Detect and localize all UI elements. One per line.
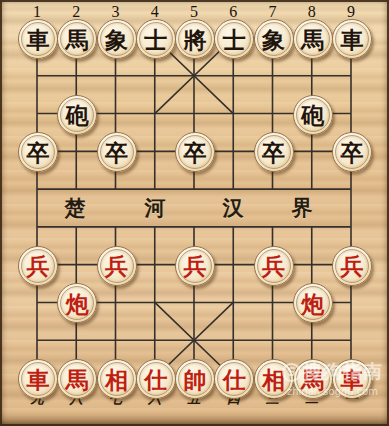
piece-glyph: 卒 — [262, 141, 285, 164]
piece-black-elephant[interactable]: 象 — [254, 19, 294, 59]
piece-black-soldier[interactable]: 卒 — [254, 132, 294, 172]
piece-glyph: 帥 — [184, 368, 207, 391]
piece-glyph: 馬 — [301, 28, 324, 51]
piece-glyph: 車 — [341, 28, 364, 51]
piece-red-elephant[interactable]: 相 — [254, 359, 294, 399]
piece-red-horse[interactable]: 馬 — [293, 359, 333, 399]
piece-black-cannon[interactable]: 砲 — [57, 95, 97, 135]
top-file-label-9: 9 — [340, 4, 362, 20]
piece-glyph: 士 — [144, 28, 167, 51]
piece-red-horse[interactable]: 馬 — [57, 359, 97, 399]
piece-black-cannon[interactable]: 砲 — [293, 95, 333, 135]
piece-glyph: 兵 — [27, 254, 50, 277]
piece-red-elephant[interactable]: 相 — [97, 359, 137, 399]
piece-black-horse[interactable]: 馬 — [293, 19, 333, 59]
piece-glyph: 相 — [105, 368, 128, 391]
piece-glyph: 卒 — [105, 141, 128, 164]
piece-red-soldier[interactable]: 兵 — [18, 246, 58, 286]
piece-glyph: 兵 — [184, 254, 207, 277]
top-file-label-6: 6 — [222, 4, 244, 20]
piece-glyph: 馬 — [66, 28, 89, 51]
river-char-4: 界 — [287, 197, 317, 219]
top-file-label-2: 2 — [65, 4, 87, 20]
piece-glyph: 車 — [27, 368, 50, 391]
piece-red-chariot[interactable]: 車 — [332, 359, 372, 399]
piece-black-advisor[interactable]: 士 — [136, 19, 176, 59]
piece-glyph: 卒 — [27, 141, 50, 164]
piece-glyph: 砲 — [301, 103, 324, 126]
piece-red-general[interactable]: 帥 — [175, 359, 215, 399]
piece-glyph: 兵 — [262, 254, 285, 277]
river-char-2: 河 — [140, 197, 170, 219]
piece-glyph: 車 — [27, 28, 50, 51]
piece-glyph: 卒 — [341, 141, 364, 164]
piece-red-soldier[interactable]: 兵 — [254, 246, 294, 286]
piece-black-chariot[interactable]: 車 — [18, 19, 58, 59]
top-file-label-3: 3 — [105, 4, 127, 20]
piece-red-soldier[interactable]: 兵 — [97, 246, 137, 286]
piece-black-advisor[interactable]: 士 — [214, 19, 254, 59]
piece-glyph: 象 — [105, 28, 128, 51]
piece-glyph: 炮 — [66, 292, 89, 315]
piece-glyph: 馬 — [301, 368, 324, 391]
piece-glyph: 卒 — [184, 141, 207, 164]
piece-glyph: 炮 — [301, 292, 324, 315]
piece-glyph: 象 — [262, 28, 285, 51]
piece-black-horse[interactable]: 馬 — [57, 19, 97, 59]
piece-glyph: 兵 — [105, 254, 128, 277]
piece-glyph: 仕 — [223, 368, 246, 391]
piece-red-soldier[interactable]: 兵 — [332, 246, 372, 286]
piece-red-advisor[interactable]: 仕 — [136, 359, 176, 399]
piece-glyph: 車 — [341, 368, 364, 391]
piece-glyph: 馬 — [66, 368, 89, 391]
piece-glyph: 將 — [184, 28, 207, 51]
top-file-label-4: 4 — [144, 4, 166, 20]
piece-red-chariot[interactable]: 車 — [18, 359, 58, 399]
piece-glyph: 相 — [262, 368, 285, 391]
river-char-1: 楚 — [60, 197, 90, 219]
piece-glyph: 兵 — [341, 254, 364, 277]
top-file-label-1: 1 — [26, 4, 48, 20]
river-char-3: 汉 — [218, 197, 248, 219]
piece-red-cannon[interactable]: 炮 — [293, 283, 333, 323]
piece-black-general[interactable]: 將 — [175, 19, 215, 59]
top-file-label-7: 7 — [262, 4, 284, 20]
top-file-label-5: 5 — [183, 4, 205, 20]
piece-black-elephant[interactable]: 象 — [97, 19, 137, 59]
xiangqi-board: 123456789 楚河汉界 車馬象士將士象馬車砲砲卒卒卒卒卒兵兵兵兵兵炮炮車馬… — [0, 0, 389, 426]
piece-glyph: 士 — [223, 28, 246, 51]
piece-red-soldier[interactable]: 兵 — [175, 246, 215, 286]
top-file-label-8: 8 — [301, 4, 323, 20]
piece-glyph: 仕 — [144, 368, 167, 391]
piece-glyph: 砲 — [66, 103, 89, 126]
piece-black-chariot[interactable]: 車 — [332, 19, 372, 59]
piece-red-advisor[interactable]: 仕 — [214, 359, 254, 399]
piece-black-soldier[interactable]: 卒 — [97, 132, 137, 172]
